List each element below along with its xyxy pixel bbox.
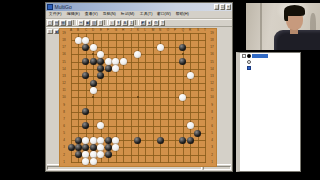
- coord-letter: E: [100, 29, 102, 32]
- coord-number: 8: [63, 110, 65, 113]
- black-stone: [179, 137, 186, 144]
- coord-letter: G: [114, 29, 116, 32]
- white-stone: [187, 122, 194, 129]
- coord-number: 16: [62, 53, 65, 56]
- white-stone: [97, 137, 104, 144]
- black-stone-icon: [247, 54, 251, 58]
- white-stone: [90, 151, 97, 158]
- black-stone: [105, 137, 112, 144]
- menu-item-5[interactable]: 工具(T): [138, 11, 154, 17]
- goban[interactable]: ABCDEFGHJKLMNOPQRST191918181717161615151…: [59, 28, 217, 167]
- number-button[interactable]: 1: [129, 20, 135, 26]
- black-stone: [97, 72, 104, 79]
- black-stone: [90, 58, 97, 65]
- coord-number: 14: [210, 67, 213, 70]
- white-stone: [187, 72, 194, 79]
- menubar: 文件(F)编辑(E)查看(V)导航(N)标记(M)工具(T)窗口(W)帮助(H): [46, 11, 232, 19]
- white-stone: [97, 151, 104, 158]
- white-stone: [97, 51, 104, 58]
- grid-line-v: [153, 33, 154, 163]
- white-stone: [105, 58, 112, 65]
- grid-line-h: [71, 126, 206, 127]
- coord-number: 10: [62, 96, 65, 99]
- grid-line-h: [71, 112, 206, 113]
- coord-number: 18: [210, 39, 213, 42]
- screen: { "game": "go", "board_size": 19, "posit…: [0, 0, 320, 180]
- black-stone: [105, 144, 112, 151]
- white-stone: [179, 94, 186, 101]
- cut-button[interactable]: ✂: [78, 20, 84, 26]
- coord-number: 11: [62, 89, 65, 92]
- coord-number: 4: [211, 139, 213, 142]
- coord-number: 12: [210, 82, 213, 85]
- territory-button[interactable]: ◩: [140, 20, 146, 26]
- setup-button[interactable]: ●: [147, 20, 153, 26]
- tree-button[interactable]: Ŧ: [116, 20, 122, 26]
- black-stone: [75, 144, 82, 151]
- coord-number: 1: [211, 160, 213, 163]
- white-stone: [82, 37, 89, 44]
- toolbar-main: ▢▤▦▥✂▣▧#iŦA1◩●⚙?: [46, 19, 232, 28]
- grid-line-v: [175, 33, 176, 163]
- options-button[interactable]: ⚙: [153, 20, 159, 26]
- coord-number: 18: [62, 39, 65, 42]
- first-button[interactable]: |◀: [47, 29, 53, 35]
- coord-number: 3: [63, 146, 65, 149]
- black-stone: [82, 122, 89, 129]
- grid-line-v: [198, 33, 199, 163]
- white-stone: [97, 144, 104, 151]
- white-stone: [157, 44, 164, 51]
- coord-number: 13: [210, 74, 213, 77]
- coord-letter: F: [107, 29, 109, 32]
- print-button[interactable]: ▥: [67, 20, 73, 26]
- menu-item-1[interactable]: 编辑(E): [65, 11, 82, 17]
- grid-line-v: [205, 33, 206, 163]
- coord-number: 5: [63, 132, 65, 135]
- close-button[interactable]: ×: [226, 4, 232, 10]
- black-stone: [75, 137, 82, 144]
- black-stone: [105, 65, 112, 72]
- coord-number: 6: [63, 124, 65, 127]
- game-tree-panel: -: [236, 52, 301, 172]
- coord-number: 9: [211, 103, 213, 106]
- coord-letter: S: [197, 29, 199, 32]
- coord-number: 7: [211, 117, 213, 120]
- tree-node-label[interactable]: [252, 66, 268, 71]
- menu-item-2[interactable]: 查看(V): [83, 11, 100, 17]
- current-node-icon: [247, 66, 251, 70]
- black-stone: [134, 137, 141, 144]
- white-stone: [97, 122, 104, 129]
- tree-node-label[interactable]: [252, 60, 268, 65]
- white-stone: [134, 51, 141, 58]
- white-stone: [112, 144, 119, 151]
- coord-letter: D: [92, 29, 94, 32]
- black-stone: [157, 137, 164, 144]
- minimize-button[interactable]: _: [214, 4, 220, 10]
- coord-number: 5: [211, 132, 213, 135]
- info-button[interactable]: i: [109, 20, 115, 26]
- letter-button[interactable]: A: [122, 20, 128, 26]
- webcam-feed: [246, 3, 320, 50]
- coord-letter: J: [130, 29, 132, 32]
- black-stone: [82, 108, 89, 115]
- coord-number: 12: [62, 82, 65, 85]
- coord-letter: T: [204, 29, 206, 32]
- coord-number: 17: [210, 46, 213, 49]
- coord-letter: K: [137, 29, 139, 32]
- tree-node-label[interactable]: [252, 54, 268, 59]
- black-stone: [179, 44, 186, 51]
- save-button[interactable]: ▦: [60, 20, 66, 26]
- coord-number: 16: [210, 53, 213, 56]
- white-stone: [90, 44, 97, 51]
- board-button[interactable]: #: [98, 20, 104, 26]
- coord-number: 15: [210, 60, 213, 63]
- black-stone: [82, 44, 89, 51]
- white-stone: [90, 137, 97, 144]
- coord-number: 13: [62, 74, 65, 77]
- white-stone: [90, 87, 97, 94]
- white-stone: [82, 158, 89, 165]
- coord-letter: O: [167, 29, 169, 32]
- coord-letter: C: [85, 29, 87, 32]
- menu-item-7[interactable]: 帮助(H): [174, 11, 191, 17]
- new-button[interactable]: ▢: [47, 20, 53, 26]
- coord-letter: L: [145, 29, 147, 32]
- coord-number: 11: [210, 89, 213, 92]
- menu-item-0[interactable]: 文件(F): [47, 11, 63, 17]
- coord-number: 10: [210, 96, 213, 99]
- coord-number: 6: [211, 124, 213, 127]
- coord-number: 7: [63, 117, 65, 120]
- menu-item-3[interactable]: 导航(N): [101, 11, 118, 17]
- grid-line-v: [145, 33, 146, 163]
- coord-letter: M: [152, 29, 155, 32]
- tree-row-child2[interactable]: [240, 65, 300, 71]
- menu-item-4[interactable]: 标记(M): [119, 11, 136, 17]
- help-button[interactable]: ?: [160, 20, 166, 26]
- white-stone: [120, 58, 127, 65]
- coord-number: 8: [211, 110, 213, 113]
- coord-number: 2: [63, 153, 65, 156]
- black-stone: [194, 130, 201, 137]
- coord-number: 3: [211, 146, 213, 149]
- person-hair-side: [284, 11, 288, 21]
- white-stone: [90, 158, 97, 165]
- black-stone: [82, 144, 89, 151]
- paste-button[interactable]: ▧: [91, 20, 97, 26]
- grid-line-h: [71, 105, 206, 106]
- black-stone: [187, 137, 194, 144]
- coord-letter: R: [189, 29, 191, 32]
- coord-number: 1: [63, 160, 65, 163]
- maximize-button[interactable]: □: [220, 4, 226, 10]
- window-title: MultiGo: [55, 3, 72, 11]
- coord-number: 17: [62, 46, 65, 49]
- coord-letter: A: [70, 29, 72, 32]
- black-stone: [68, 144, 75, 151]
- white-stone: [112, 137, 119, 144]
- black-stone: [90, 80, 97, 87]
- coord-letter: Q: [181, 29, 183, 32]
- black-stone: [179, 58, 186, 65]
- black-stone: [90, 144, 97, 151]
- coord-letter: H: [122, 29, 124, 32]
- menu-item-6[interactable]: 窗口(W): [155, 11, 173, 17]
- white-stone: [82, 151, 89, 158]
- copy-button[interactable]: ▣: [85, 20, 91, 26]
- black-stone: [82, 72, 89, 79]
- coord-number: 19: [210, 32, 213, 35]
- coord-number: 14: [62, 67, 65, 70]
- coord-letter: B: [77, 29, 79, 32]
- coord-number: 9: [63, 103, 65, 106]
- white-stone: [112, 58, 119, 65]
- app-window: MultiGo _ □ × 文件(F)编辑(E)查看(V)导航(N)标记(M)工…: [45, 2, 233, 172]
- white-stone: [82, 137, 89, 144]
- white-stone: [112, 65, 119, 72]
- coord-letter: N: [159, 29, 161, 32]
- white-stone: [75, 37, 82, 44]
- coord-letter: P: [174, 29, 176, 32]
- black-stone: [97, 65, 104, 72]
- coord-number: 15: [62, 60, 65, 63]
- black-stone: [97, 58, 104, 65]
- black-stone: [105, 151, 112, 158]
- app-icon: [47, 4, 53, 10]
- collapse-icon[interactable]: -: [242, 54, 246, 58]
- black-stone: [75, 151, 82, 158]
- open-button[interactable]: ▤: [54, 20, 60, 26]
- coord-number: 19: [62, 32, 65, 35]
- goban-grid: ABCDEFGHJKLMNOPQRST191918181717161615151…: [71, 33, 205, 162]
- titlebar: MultiGo _ □ ×: [46, 3, 232, 11]
- wall-edge: [260, 3, 262, 50]
- grid-line-h: [71, 133, 206, 134]
- white-stone-icon: [247, 60, 251, 64]
- grid-line-v: [168, 33, 169, 163]
- grid-line-h: [71, 119, 206, 120]
- black-stone: [82, 58, 89, 65]
- coord-number: 4: [63, 139, 65, 142]
- coord-number: 2: [211, 153, 213, 156]
